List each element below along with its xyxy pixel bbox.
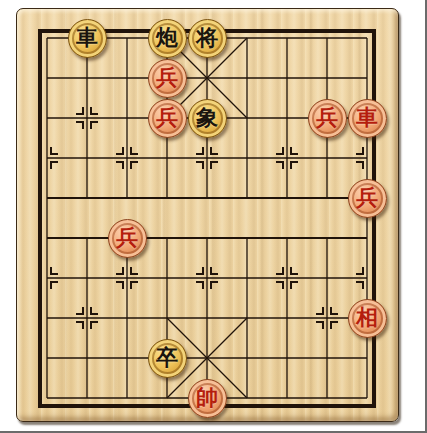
piece-red-elephant[interactable]: 相 <box>348 299 387 338</box>
piece-black-chariot[interactable]: 車 <box>68 19 107 58</box>
piece-black-general[interactable]: 将 <box>188 19 227 58</box>
piece-red-chariot[interactable]: 車 <box>348 99 387 138</box>
piece-black-cannon[interactable]: 炮 <box>148 19 187 58</box>
piece-red-soldier-3[interactable]: 兵 <box>308 99 347 138</box>
xiangqi-board: 車炮将兵兵象兵車兵兵相卒帥 <box>16 8 399 422</box>
piece-black-soldier[interactable]: 卒 <box>148 339 187 378</box>
pieces-layer: 車炮将兵兵象兵車兵兵相卒帥 <box>27 18 387 418</box>
piece-red-soldier-5[interactable]: 兵 <box>108 219 147 258</box>
piece-red-soldier-2[interactable]: 兵 <box>148 99 187 138</box>
piece-red-soldier-4[interactable]: 兵 <box>348 179 387 218</box>
xiangqi-app-window: 車炮将兵兵象兵車兵兵相卒帥 <box>0 0 427 433</box>
piece-red-soldier-1[interactable]: 兵 <box>148 59 187 98</box>
piece-red-general[interactable]: 帥 <box>188 379 227 418</box>
piece-black-elephant[interactable]: 象 <box>188 99 227 138</box>
